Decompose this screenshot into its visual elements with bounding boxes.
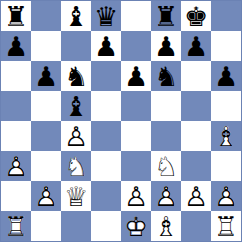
black-bishop-icon: ♝: [61, 91, 91, 121]
square-c8[interactable]: ♝: [61, 1, 91, 31]
square-b7[interactable]: [31, 31, 61, 61]
black-pawn-icon: ♟: [121, 61, 151, 91]
square-h4[interactable]: ♝♗: [211, 121, 241, 151]
square-f6[interactable]: ♞: [151, 61, 181, 91]
square-d3[interactable]: [91, 151, 121, 181]
white-bishop-icon: ♝♗: [151, 211, 181, 241]
chess-board: ♜♝♛♜♚♟♟♟♟♟♞♟♞♟♝♟♙♝♗♟♙♞♘♞♘♟♙♛♕♟♙♟♙♟♙♟♙♜♖♚…: [0, 0, 242, 242]
square-e2[interactable]: ♟♙: [121, 181, 151, 211]
square-g5[interactable]: [181, 91, 211, 121]
white-king-icon: ♚♔: [121, 211, 151, 241]
square-g8[interactable]: ♚: [181, 1, 211, 31]
black-bishop-icon: ♝: [61, 1, 91, 31]
square-e1[interactable]: ♚♔: [121, 211, 151, 241]
white-rook-icon: ♜♖: [1, 211, 31, 241]
square-h8[interactable]: [211, 1, 241, 31]
square-h6[interactable]: ♟: [211, 61, 241, 91]
white-pawn-icon: ♟♙: [31, 181, 61, 211]
square-e7[interactable]: [121, 31, 151, 61]
square-c7[interactable]: [61, 31, 91, 61]
square-a7[interactable]: ♟: [1, 31, 31, 61]
white-rook-icon: ♜♖: [211, 211, 241, 241]
square-a1[interactable]: ♜♖: [1, 211, 31, 241]
black-king-icon: ♚: [181, 1, 211, 31]
square-b3[interactable]: [31, 151, 61, 181]
square-f1[interactable]: ♝♗: [151, 211, 181, 241]
square-c4[interactable]: ♟♙: [61, 121, 91, 151]
white-queen-icon: ♛♕: [61, 181, 91, 211]
black-rook-icon: ♜: [1, 1, 31, 31]
square-d5[interactable]: [91, 91, 121, 121]
square-g2[interactable]: ♟♙: [181, 181, 211, 211]
black-pawn-icon: ♟: [181, 31, 211, 61]
white-pawn-icon: ♟♙: [181, 181, 211, 211]
square-h7[interactable]: [211, 31, 241, 61]
square-c2[interactable]: ♛♕: [61, 181, 91, 211]
square-b1[interactable]: [31, 211, 61, 241]
square-c5[interactable]: ♝: [61, 91, 91, 121]
square-a8[interactable]: ♜: [1, 1, 31, 31]
square-a2[interactable]: [1, 181, 31, 211]
square-f3[interactable]: ♞♘: [151, 151, 181, 181]
white-pawn-icon: ♟♙: [211, 181, 241, 211]
white-knight-icon: ♞♘: [151, 151, 181, 181]
square-f2[interactable]: ♟♙: [151, 181, 181, 211]
square-d6[interactable]: [91, 61, 121, 91]
square-e4[interactable]: [121, 121, 151, 151]
square-c1[interactable]: [61, 211, 91, 241]
square-b2[interactable]: ♟♙: [31, 181, 61, 211]
square-c6[interactable]: ♞: [61, 61, 91, 91]
square-h3[interactable]: [211, 151, 241, 181]
black-pawn-icon: ♟: [31, 61, 61, 91]
black-knight-icon: ♞: [61, 61, 91, 91]
black-pawn-icon: ♟: [91, 31, 121, 61]
square-b6[interactable]: ♟: [31, 61, 61, 91]
white-knight-icon: ♞♘: [61, 151, 91, 181]
square-d1[interactable]: [91, 211, 121, 241]
square-g3[interactable]: [181, 151, 211, 181]
black-queen-icon: ♛: [91, 1, 121, 31]
black-rook-icon: ♜: [151, 1, 181, 31]
square-a5[interactable]: [1, 91, 31, 121]
square-g4[interactable]: [181, 121, 211, 151]
square-d4[interactable]: [91, 121, 121, 151]
square-c3[interactable]: ♞♘: [61, 151, 91, 181]
black-pawn-icon: ♟: [211, 61, 241, 91]
square-g6[interactable]: [181, 61, 211, 91]
square-g7[interactable]: ♟: [181, 31, 211, 61]
square-a4[interactable]: [1, 121, 31, 151]
square-f4[interactable]: [151, 121, 181, 151]
square-b8[interactable]: [31, 1, 61, 31]
square-b5[interactable]: [31, 91, 61, 121]
square-a6[interactable]: [1, 61, 31, 91]
square-d2[interactable]: [91, 181, 121, 211]
square-a3[interactable]: ♟♙: [1, 151, 31, 181]
square-f8[interactable]: ♜: [151, 1, 181, 31]
black-pawn-icon: ♟: [1, 31, 31, 61]
white-pawn-icon: ♟♙: [121, 181, 151, 211]
white-bishop-icon: ♝♗: [211, 121, 241, 151]
white-pawn-icon: ♟♙: [151, 181, 181, 211]
square-b4[interactable]: [31, 121, 61, 151]
black-knight-icon: ♞: [151, 61, 181, 91]
square-f5[interactable]: [151, 91, 181, 121]
square-g1[interactable]: [181, 211, 211, 241]
square-d8[interactable]: ♛: [91, 1, 121, 31]
square-e3[interactable]: [121, 151, 151, 181]
square-h2[interactable]: ♟♙: [211, 181, 241, 211]
square-e8[interactable]: [121, 1, 151, 31]
square-d7[interactable]: ♟: [91, 31, 121, 61]
square-h5[interactable]: [211, 91, 241, 121]
square-f7[interactable]: ♟: [151, 31, 181, 61]
square-h1[interactable]: ♜♖: [211, 211, 241, 241]
square-e5[interactable]: [121, 91, 151, 121]
square-e6[interactable]: ♟: [121, 61, 151, 91]
black-pawn-icon: ♟: [151, 31, 181, 61]
white-pawn-icon: ♟♙: [61, 121, 91, 151]
white-pawn-icon: ♟♙: [1, 151, 31, 181]
